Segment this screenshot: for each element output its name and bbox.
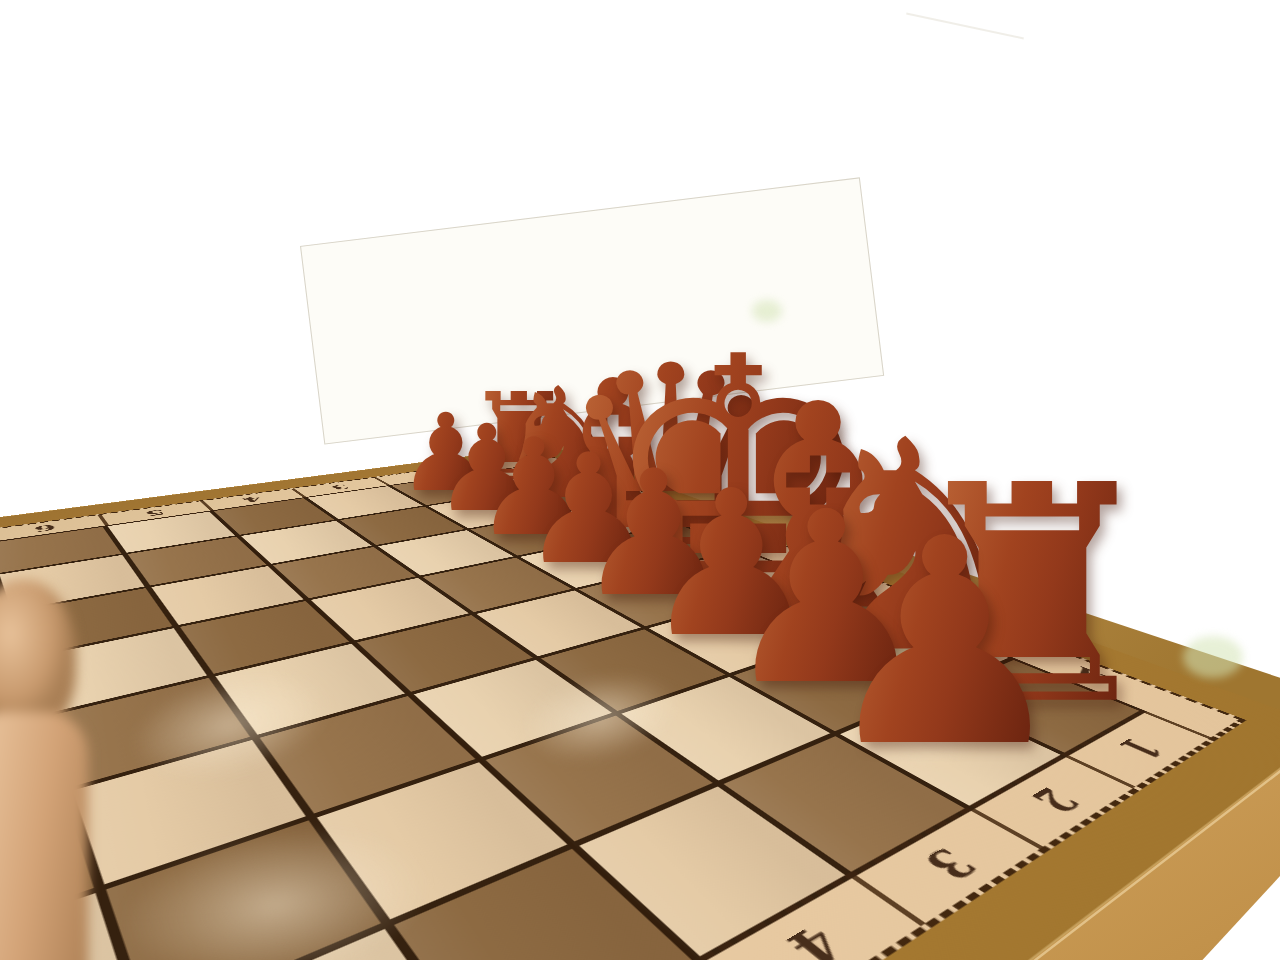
chess-photo-stage: Angled photo of a wooden folding chess b… xyxy=(0,0,1280,960)
piece-red-pawn-a2[interactable]: ♟ xyxy=(817,502,1072,787)
pieces-layer: ♜♟♞♟♝♟♛♟♚♟♝♟♞♟♜♟ xyxy=(0,0,1280,960)
blurred-piece-body xyxy=(0,712,88,960)
blurred-foreground-piece xyxy=(0,580,102,960)
blurred-piece-head xyxy=(0,580,76,732)
